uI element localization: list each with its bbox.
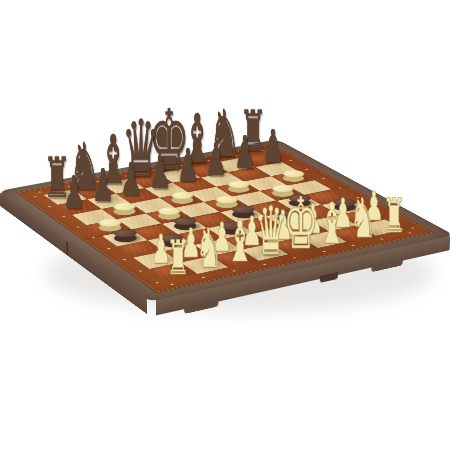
rook-glyph: ♜: [166, 234, 189, 281]
knight-glyph: ♞: [350, 191, 377, 246]
pawn-glyph: ♟: [262, 124, 284, 169]
pawn-glyph: ♟: [205, 137, 227, 182]
pieces-layer: ♜♞♝♛♚♝♞♜♟♟♟♟♟♟♟♟♟♟♟♟♟♟♟♟♜♞♝♛♚♝♞♜: [0, 0, 450, 450]
pawn-glyph: ♟: [120, 157, 142, 202]
pawn-glyph: ♟: [63, 170, 85, 215]
pawn-glyph: ♟: [92, 163, 114, 208]
pawn-glyph: ♟: [148, 150, 170, 195]
knight-glyph: ♞: [195, 221, 222, 276]
pawn-glyph: ♟: [177, 143, 199, 188]
bishop-glyph: ♝: [226, 213, 254, 270]
pawn-glyph: ♟: [234, 130, 256, 175]
rook-glyph: ♜: [382, 192, 405, 239]
queen-glyph: ♛: [254, 198, 287, 265]
product-photo-stage: ♜♞♝♛♚♝♞♜♟♟♟♟♟♟♟♟♟♟♟♟♟♟♟♟♜♞♝♛♚♝♞♜: [0, 0, 450, 450]
